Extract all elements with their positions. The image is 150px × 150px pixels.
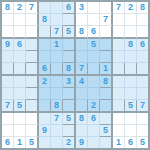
cell-r7c10-empty[interactable] (113, 76, 125, 88)
cell-r3c10-empty[interactable] (113, 26, 125, 39)
cell-r2c6-empty[interactable] (63, 14, 76, 26)
cell-r8c12-empty[interactable] (137, 88, 148, 100)
cell-r4c2-given-6[interactable]: 6 (14, 39, 26, 51)
cell-r9c2-given-5[interactable]: 5 (14, 100, 26, 113)
cell-r2c5-empty[interactable] (51, 14, 63, 26)
cell-r4c7-empty[interactable] (76, 39, 88, 51)
cell-r8c3-empty[interactable] (26, 88, 39, 100)
cell-r1c1-given-8[interactable]: 8 (2, 2, 14, 14)
cell-r10c8-given-6[interactable]: 6 (88, 113, 100, 125)
cell-r2c11-empty[interactable] (125, 14, 137, 26)
cell-r8c10-empty[interactable] (113, 88, 125, 100)
cell-r7c9-given-8[interactable]: 8 (100, 76, 113, 88)
cell-r1c8-empty[interactable] (88, 2, 100, 14)
cell-r3c7-given-8[interactable]: 8 (76, 26, 88, 39)
cell-r5c9-empty[interactable] (100, 51, 113, 63)
cell-r5c5-empty[interactable] (51, 51, 63, 63)
cell-r1c6-given-6[interactable]: 6 (63, 2, 76, 14)
cell-r1c9-empty[interactable] (100, 2, 113, 14)
cell-r1c7-given-3[interactable]: 3 (76, 2, 88, 14)
cell-r2c7-empty[interactable] (76, 14, 88, 26)
cell-r5c12-empty[interactable] (137, 51, 148, 63)
cell-r10c1-empty[interactable] (2, 113, 14, 125)
cell-r12c6-given-2[interactable]: 2 (63, 137, 76, 148)
cell-r5c10-empty[interactable] (113, 51, 125, 63)
cell-r11c12-empty[interactable] (137, 125, 148, 137)
cell-r6c12-empty[interactable] (137, 63, 148, 76)
cell-r7c8-empty[interactable] (88, 76, 100, 88)
cell-r6c8-empty[interactable] (88, 63, 100, 76)
cell-r12c5-empty[interactable] (51, 137, 63, 148)
cell-r9c11-given-5[interactable]: 5 (125, 100, 137, 113)
cell-r8c7-empty[interactable] (76, 88, 88, 100)
cell-r11c10-empty[interactable] (113, 125, 125, 137)
cell-r12c7-given-9[interactable]: 9 (76, 137, 88, 148)
cell-r7c3-empty[interactable] (26, 76, 39, 88)
cell-r2c8-empty[interactable] (88, 14, 100, 26)
cell-r8c8-empty[interactable] (88, 88, 100, 100)
cell-r8c6-empty[interactable] (63, 88, 76, 100)
cell-r4c4-empty[interactable] (39, 39, 51, 51)
cell-r2c10-empty[interactable] (113, 14, 125, 26)
cell-r2c2-empty[interactable] (14, 14, 26, 26)
cell-r3c11-empty[interactable] (125, 26, 137, 39)
cell-r5c11-empty[interactable] (125, 51, 137, 63)
cell-r3c12-empty[interactable] (137, 26, 148, 39)
cell-r6c2-empty[interactable] (14, 63, 26, 76)
cell-r1c3-given-7[interactable]: 7 (26, 2, 39, 14)
cell-r9c6-empty[interactable] (63, 100, 76, 113)
cell-r5c7-empty[interactable] (76, 51, 88, 63)
cell-r2c3-empty[interactable] (26, 14, 39, 26)
cell-r4c5-given-1[interactable]: 1 (51, 39, 63, 51)
cell-r1c5-empty[interactable] (51, 2, 63, 14)
cell-r5c1-empty[interactable] (2, 51, 14, 63)
cell-r10c2-empty[interactable] (14, 113, 26, 125)
cell-r3c6-given-5[interactable]: 5 (63, 26, 76, 39)
cell-r11c7-empty[interactable] (76, 125, 88, 137)
cell-r6c10-empty[interactable] (113, 63, 125, 76)
cell-r8c4-empty[interactable] (39, 88, 51, 100)
cell-r12c11-given-6[interactable]: 6 (125, 137, 137, 148)
cell-r2c9-given-7[interactable]: 7 (100, 14, 113, 26)
cell-r12c2-given-1[interactable]: 1 (14, 137, 26, 148)
cell-r4c9-empty[interactable] (100, 39, 113, 51)
cell-r7c6-given-3[interactable]: 3 (63, 76, 76, 88)
cell-r6c11-empty[interactable] (125, 63, 137, 76)
cell-r11c8-empty[interactable] (88, 125, 100, 137)
cell-r6c4-given-6[interactable]: 6 (39, 63, 51, 76)
cell-r1c4-empty[interactable] (39, 2, 51, 14)
cell-r5c3-empty[interactable] (26, 51, 39, 63)
cell-r1c10-given-7[interactable]: 7 (113, 2, 125, 14)
cell-r12c3-given-5[interactable]: 5 (26, 137, 39, 148)
cell-r3c2-empty[interactable] (14, 26, 26, 39)
cell-r9c10-empty[interactable] (113, 100, 125, 113)
sudoku-screen: 8276372887758696158668712348758257758695… (0, 0, 150, 150)
cell-r4c12-given-6[interactable]: 6 (137, 39, 148, 51)
cell-r1c12-given-8[interactable]: 8 (137, 2, 148, 14)
cell-r7c2-empty[interactable] (14, 76, 26, 88)
cell-r3c9-empty[interactable] (100, 26, 113, 39)
cell-r12c12-given-5[interactable]: 5 (137, 137, 148, 148)
cell-r9c9-empty[interactable] (100, 100, 113, 113)
cell-r12c4-empty[interactable] (39, 137, 51, 148)
cell-r7c7-given-4[interactable]: 4 (76, 76, 88, 88)
cell-r11c1-empty[interactable] (2, 125, 14, 137)
cell-r9c3-empty[interactable] (26, 100, 39, 113)
cell-r9c5-given-8[interactable]: 8 (51, 100, 63, 113)
cell-r6c5-empty[interactable] (51, 63, 63, 76)
cell-r10c12-empty[interactable] (137, 113, 148, 125)
cell-r12c8-empty[interactable] (88, 137, 100, 148)
cell-r3c8-given-6[interactable]: 6 (88, 26, 100, 39)
sudoku-board: 8276372887758696158668712348758257758695… (0, 0, 150, 150)
cell-r2c1-empty[interactable] (2, 14, 14, 26)
cell-r10c6-given-5[interactable]: 5 (63, 113, 76, 125)
cell-r3c3-empty[interactable] (26, 26, 39, 39)
cell-r10c5-given-7[interactable]: 7 (51, 113, 63, 125)
cell-r5c4-empty[interactable] (39, 51, 51, 63)
cell-r5c6-empty[interactable] (63, 51, 76, 63)
cell-r12c1-given-6[interactable]: 6 (2, 137, 14, 148)
cell-r4c1-given-9[interactable]: 9 (2, 39, 14, 51)
cell-r1c2-given-2[interactable]: 2 (14, 2, 26, 14)
cell-r3c4-empty[interactable] (39, 26, 51, 39)
cell-r10c3-empty[interactable] (26, 113, 39, 125)
cell-r1c11-given-2[interactable]: 2 (125, 2, 137, 14)
cell-r5c8-empty[interactable] (88, 51, 100, 63)
cell-r9c7-empty[interactable] (76, 100, 88, 113)
cell-r11c3-empty[interactable] (26, 125, 39, 137)
cell-r4c6-empty[interactable] (63, 39, 76, 51)
cell-r10c7-given-8[interactable]: 8 (76, 113, 88, 125)
cell-r6c7-given-7[interactable]: 7 (76, 63, 88, 76)
cell-r7c12-empty[interactable] (137, 76, 148, 88)
cell-r8c11-empty[interactable] (125, 88, 137, 100)
cell-r4c3-empty[interactable] (26, 39, 39, 51)
cell-r12c10-given-1[interactable]: 1 (113, 137, 125, 148)
cell-r3c1-empty[interactable] (2, 26, 14, 39)
cell-r10c10-empty[interactable] (113, 113, 125, 125)
cell-r7c5-empty[interactable] (51, 76, 63, 88)
cell-r9c8-given-2[interactable]: 2 (88, 100, 100, 113)
cell-r6c6-given-8[interactable]: 8 (63, 63, 76, 76)
cell-r6c1-empty[interactable] (2, 63, 14, 76)
cell-r7c1-empty[interactable] (2, 76, 14, 88)
cell-r2c12-empty[interactable] (137, 14, 148, 26)
cell-r4c10-empty[interactable] (113, 39, 125, 51)
cell-r11c4-given-9[interactable]: 9 (39, 125, 51, 137)
cell-r11c6-empty[interactable] (63, 125, 76, 137)
cell-r8c5-empty[interactable] (51, 88, 63, 100)
cell-r2c4-given-8[interactable]: 8 (39, 14, 51, 26)
cell-r6c3-empty[interactable] (26, 63, 39, 76)
cell-r4c8-given-5[interactable]: 5 (88, 39, 100, 51)
cell-r8c1-empty[interactable] (2, 88, 14, 100)
cell-r11c11-empty[interactable] (125, 125, 137, 137)
cell-r7c4-given-2[interactable]: 2 (39, 76, 51, 88)
cell-r10c9-empty[interactable] (100, 113, 113, 125)
cell-r7c11-empty[interactable] (125, 76, 137, 88)
cell-r9c4-empty[interactable] (39, 100, 51, 113)
cell-r5c2-empty[interactable] (14, 51, 26, 63)
cell-r10c4-empty[interactable] (39, 113, 51, 125)
cell-r8c2-empty[interactable] (14, 88, 26, 100)
cell-r9c12-given-7[interactable]: 7 (137, 100, 148, 113)
cell-r4c11-given-8[interactable]: 8 (125, 39, 137, 51)
cell-r12c9-empty[interactable] (100, 137, 113, 148)
cell-r11c2-empty[interactable] (14, 125, 26, 137)
cell-r8c9-empty[interactable] (100, 88, 113, 100)
cell-r9c1-given-7[interactable]: 7 (2, 100, 14, 113)
cell-r10c11-empty[interactable] (125, 113, 137, 125)
cell-r11c5-empty[interactable] (51, 125, 63, 137)
cell-r3c5-given-7[interactable]: 7 (51, 26, 63, 39)
cell-r11c9-given-5[interactable]: 5 (100, 125, 113, 137)
cell-r6c9-given-1[interactable]: 1 (100, 63, 113, 76)
